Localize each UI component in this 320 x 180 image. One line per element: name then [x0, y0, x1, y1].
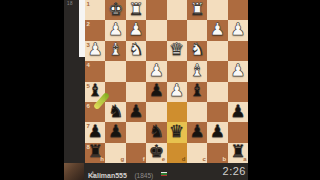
rank-label-3: 3: [87, 42, 90, 48]
square-c2[interactable]: [187, 20, 207, 40]
file-label-a: a: [243, 156, 246, 162]
square-g7[interactable]: ♟: [105, 122, 125, 142]
square-a1[interactable]: [228, 0, 248, 20]
rank-label-2: 2: [87, 21, 90, 27]
rank-label-8: 8: [87, 144, 90, 150]
file-label-b: b: [222, 156, 226, 162]
avatar[interactable]: [64, 163, 84, 180]
square-h7[interactable]: 7♟: [85, 122, 105, 142]
square-e1[interactable]: [146, 0, 166, 20]
square-c7[interactable]: ♟: [187, 122, 207, 142]
white-pawn-f2[interactable]: ♟: [128, 21, 143, 38]
square-h4[interactable]: 4: [85, 61, 105, 81]
square-g3[interactable]: ♝: [105, 41, 125, 61]
square-f4[interactable]: [126, 61, 146, 81]
black-bishop-c5[interactable]: ♝: [189, 82, 204, 99]
black-knight-g6[interactable]: ♞: [108, 103, 123, 120]
square-a4[interactable]: ♟: [228, 61, 248, 81]
square-b7[interactable]: ♟: [207, 122, 227, 142]
file-label-f: f: [143, 156, 145, 162]
file-label-h: h: [100, 156, 104, 162]
square-e5[interactable]: ♟: [146, 82, 166, 102]
square-d1[interactable]: [167, 0, 187, 20]
square-d6[interactable]: [167, 102, 187, 122]
square-g6[interactable]: ♞: [105, 102, 125, 122]
square-a3[interactable]: [228, 41, 248, 61]
square-f6[interactable]: ♟: [126, 102, 146, 122]
square-b6[interactable]: [207, 102, 227, 122]
square-c6[interactable]: [187, 102, 207, 122]
black-pawn-b7[interactable]: ♟: [210, 123, 225, 140]
player-info[interactable]: Kaliman555 (1845): [88, 164, 167, 180]
white-queen-d3[interactable]: ♛: [169, 41, 184, 58]
rank-label-1: 1: [87, 1, 90, 7]
white-rook-c1[interactable]: ♜: [189, 1, 204, 18]
file-label-c: c: [202, 156, 205, 162]
player-bar: Kaliman555 (1845) ♙ 2:26: [64, 163, 248, 180]
square-a5[interactable]: [228, 82, 248, 102]
square-a7[interactable]: [228, 122, 248, 142]
black-pawn-c7[interactable]: ♟: [189, 123, 204, 140]
square-d8[interactable]: d: [167, 143, 187, 163]
white-pawn-g2[interactable]: ♟: [108, 21, 123, 38]
square-e4[interactable]: ♟: [146, 61, 166, 81]
square-f8[interactable]: f: [126, 143, 146, 163]
rank-label-6: 6: [87, 103, 90, 109]
square-g5[interactable]: [105, 82, 125, 102]
white-pawn-d5[interactable]: ♟: [169, 82, 184, 99]
square-f2[interactable]: ♟: [126, 20, 146, 40]
panel-note: 18: [67, 1, 73, 6]
square-g2[interactable]: ♟: [105, 20, 125, 40]
square-c4[interactable]: ♝: [187, 61, 207, 81]
white-knight-f3[interactable]: ♞: [128, 41, 143, 58]
square-c5[interactable]: ♝: [187, 82, 207, 102]
black-pawn-e5[interactable]: ♟: [149, 82, 164, 99]
white-pawn-b2[interactable]: ♟: [210, 21, 225, 38]
square-e3[interactable]: [146, 41, 166, 61]
square-g1[interactable]: ♚: [105, 0, 125, 20]
chess-board[interactable]: 1♚♜♜2♟♟♟♟3♟♝♞♛♞4♟♝♟5♝♟♟♝6♞♟♟7♟♟♞♛♟♟8h♜gf…: [85, 0, 248, 163]
square-b1[interactable]: [207, 0, 227, 20]
square-a2[interactable]: ♟: [228, 20, 248, 40]
square-h8[interactable]: 8h♜: [85, 143, 105, 163]
file-label-e: e: [162, 156, 165, 162]
square-b3[interactable]: [207, 41, 227, 61]
white-pawn-a2[interactable]: ♟: [230, 21, 245, 38]
square-d5[interactable]: ♟: [167, 82, 187, 102]
square-e7[interactable]: ♞: [146, 122, 166, 142]
square-b2[interactable]: ♟: [207, 20, 227, 40]
square-a8[interactable]: a♜: [228, 143, 248, 163]
black-queen-d7[interactable]: ♛: [169, 123, 184, 140]
white-king-g1[interactable]: ♚: [108, 1, 123, 18]
left-panel: 18: [64, 0, 85, 163]
square-a6[interactable]: ♟: [228, 102, 248, 122]
square-h2[interactable]: 2: [85, 20, 105, 40]
rank-label-7: 7: [87, 123, 90, 129]
rank-label-5: 5: [87, 83, 90, 89]
square-g8[interactable]: g: [105, 143, 125, 163]
square-f3[interactable]: ♞: [126, 41, 146, 61]
white-pawn-e4[interactable]: ♟: [149, 62, 164, 79]
player-rating: (1845): [134, 172, 153, 179]
square-d4[interactable]: [167, 61, 187, 81]
square-h1[interactable]: 1: [85, 0, 105, 20]
white-pawn-a4[interactable]: ♟: [230, 62, 245, 79]
square-e2[interactable]: [146, 20, 166, 40]
square-f1[interactable]: ♜: [126, 0, 146, 20]
file-label-d: d: [182, 156, 186, 162]
square-d3[interactable]: ♛: [167, 41, 187, 61]
square-e6[interactable]: [146, 102, 166, 122]
white-bishop-c4[interactable]: ♝: [189, 62, 204, 79]
square-h3[interactable]: 3♟: [85, 41, 105, 61]
captured-pawn-icon: ♙: [89, 171, 96, 179]
player-clock: 2:26: [223, 165, 246, 177]
square-e8[interactable]: e♚: [146, 143, 166, 163]
square-g4[interactable]: [105, 61, 125, 81]
square-b5[interactable]: [207, 82, 227, 102]
file-label-g: g: [121, 156, 125, 162]
stream-frame: 18 1♚♜♜2♟♟♟♟3♟♝♞♛♞4♟♝♟5♝♟♟♝6♞♟♟7♟♟♞♛♟♟8h…: [0, 0, 320, 180]
black-pawn-a6[interactable]: ♟: [230, 103, 245, 120]
white-knight-c3[interactable]: ♞: [189, 41, 204, 58]
square-b8[interactable]: b: [207, 143, 227, 163]
square-f7[interactable]: [126, 122, 146, 142]
square-f5[interactable]: [126, 82, 146, 102]
square-c3[interactable]: ♞: [187, 41, 207, 61]
white-rook-f1[interactable]: ♜: [128, 1, 143, 18]
flag-icon: [161, 172, 167, 176]
white-bishop-g3[interactable]: ♝: [108, 41, 123, 58]
square-c8[interactable]: c: [187, 143, 207, 163]
black-knight-e7[interactable]: ♞: [149, 123, 164, 140]
black-pawn-f6[interactable]: ♟: [128, 103, 143, 120]
square-c1[interactable]: ♜: [187, 0, 207, 20]
square-b4[interactable]: [207, 61, 227, 81]
rank-label-4: 4: [87, 62, 90, 68]
black-pawn-g7[interactable]: ♟: [108, 123, 123, 140]
square-d2[interactable]: [167, 20, 187, 40]
square-d7[interactable]: ♛: [167, 122, 187, 142]
